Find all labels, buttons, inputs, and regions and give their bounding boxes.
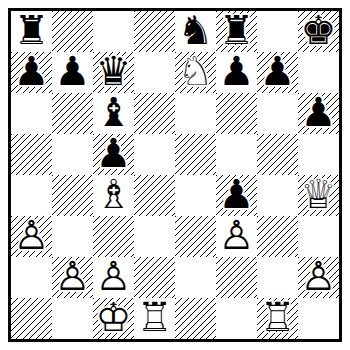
piece-glyph: ♜ <box>219 11 255 50</box>
piece-backing: ♟ <box>14 216 50 255</box>
square-f5[interactable] <box>216 134 257 175</box>
square-f8[interactable]: ♜♜ <box>216 11 257 52</box>
piece-backing: ♟ <box>260 52 296 91</box>
square-b3[interactable] <box>52 216 93 257</box>
piece-glyph: ♙ <box>14 216 50 255</box>
square-a3[interactable]: ♟♙ <box>11 216 52 257</box>
square-d7[interactable] <box>134 52 175 93</box>
square-e7[interactable]: ♞♘ <box>175 52 216 93</box>
piece-black-rook: ♜♜ <box>11 11 52 52</box>
piece-glyph: ♖ <box>260 298 296 337</box>
square-a8[interactable]: ♜♜ <box>11 11 52 52</box>
square-f3[interactable]: ♟♙ <box>216 216 257 257</box>
square-d6[interactable] <box>134 93 175 134</box>
square-e6[interactable] <box>175 93 216 134</box>
square-h5[interactable] <box>298 134 339 175</box>
square-g6[interactable] <box>257 93 298 134</box>
piece-backing: ♜ <box>260 298 296 337</box>
piece-backing: ♜ <box>219 11 255 50</box>
square-f2[interactable] <box>216 257 257 298</box>
square-e5[interactable] <box>175 134 216 175</box>
piece-glyph: ♟ <box>96 134 132 173</box>
square-d3[interactable] <box>134 216 175 257</box>
square-f4[interactable]: ♟♟ <box>216 175 257 216</box>
square-a4[interactable] <box>11 175 52 216</box>
piece-white-pawn: ♟♙ <box>93 257 134 298</box>
square-b6[interactable] <box>52 93 93 134</box>
piece-glyph: ♙ <box>55 257 91 296</box>
piece-backing: ♟ <box>55 52 91 91</box>
piece-black-pawn: ♟♟ <box>11 52 52 93</box>
square-g4[interactable] <box>257 175 298 216</box>
square-c6[interactable]: ♝♝ <box>93 93 134 134</box>
piece-white-rook: ♜♖ <box>257 298 298 339</box>
piece-backing: ♟ <box>301 257 337 296</box>
piece-glyph: ♜ <box>14 11 50 50</box>
square-d8[interactable] <box>134 11 175 52</box>
square-a5[interactable] <box>11 134 52 175</box>
piece-backing: ♟ <box>96 134 132 173</box>
square-c4[interactable]: ♝♗ <box>93 175 134 216</box>
square-d5[interactable] <box>134 134 175 175</box>
piece-black-pawn: ♟♟ <box>257 52 298 93</box>
square-e3[interactable] <box>175 216 216 257</box>
square-a2[interactable] <box>11 257 52 298</box>
piece-white-pawn: ♟♙ <box>11 216 52 257</box>
square-d4[interactable] <box>134 175 175 216</box>
square-b7[interactable]: ♟♟ <box>52 52 93 93</box>
piece-backing: ♟ <box>55 257 91 296</box>
piece-backing: ♝ <box>96 93 132 132</box>
piece-white-king: ♚♔ <box>93 298 134 339</box>
piece-black-knight: ♞♞ <box>175 11 216 52</box>
piece-backing: ♞ <box>178 52 214 91</box>
chess-diagram: ♜♜♞♞♜♜♚♚♟♟♟♟♛♛♞♘♟♟♟♟♝♝♟♟♟♟♝♗♟♟♛♕♟♙♟♙♟♙♟♙… <box>0 0 350 350</box>
square-b2[interactable]: ♟♙ <box>52 257 93 298</box>
piece-backing: ♜ <box>14 11 50 50</box>
square-h7[interactable] <box>298 52 339 93</box>
square-g3[interactable] <box>257 216 298 257</box>
square-c5[interactable]: ♟♟ <box>93 134 134 175</box>
piece-glyph: ♝ <box>96 93 132 132</box>
piece-glyph: ♟ <box>301 93 337 132</box>
piece-backing: ♝ <box>96 175 132 214</box>
square-b4[interactable] <box>52 175 93 216</box>
square-b5[interactable] <box>52 134 93 175</box>
piece-backing: ♛ <box>96 52 132 91</box>
piece-white-bishop: ♝♗ <box>93 175 134 216</box>
piece-glyph: ♖ <box>137 298 173 337</box>
piece-white-pawn: ♟♙ <box>216 216 257 257</box>
square-f7[interactable]: ♟♟ <box>216 52 257 93</box>
piece-black-pawn: ♟♟ <box>298 93 339 134</box>
piece-backing: ♚ <box>301 11 337 50</box>
square-f6[interactable] <box>216 93 257 134</box>
piece-glyph: ♔ <box>96 298 132 337</box>
piece-glyph: ♟ <box>55 52 91 91</box>
piece-black-queen: ♛♛ <box>93 52 134 93</box>
piece-white-knight: ♞♘ <box>175 52 216 93</box>
piece-black-pawn: ♟♟ <box>93 134 134 175</box>
square-g8[interactable] <box>257 11 298 52</box>
square-a7[interactable]: ♟♟ <box>11 52 52 93</box>
piece-glyph: ♟ <box>14 52 50 91</box>
square-h6[interactable]: ♟♟ <box>298 93 339 134</box>
piece-backing: ♜ <box>137 298 173 337</box>
piece-glyph: ♙ <box>96 257 132 296</box>
piece-backing: ♟ <box>14 52 50 91</box>
piece-glyph: ♙ <box>301 257 337 296</box>
piece-glyph: ♘ <box>178 52 214 91</box>
square-f1[interactable] <box>216 298 257 339</box>
piece-white-rook: ♜♖ <box>134 298 175 339</box>
square-c8[interactable] <box>93 11 134 52</box>
square-h2[interactable]: ♟♙ <box>298 257 339 298</box>
square-h3[interactable] <box>298 216 339 257</box>
piece-black-king: ♚♚ <box>298 11 339 52</box>
piece-glyph: ♗ <box>96 175 132 214</box>
square-e2[interactable] <box>175 257 216 298</box>
square-c3[interactable] <box>93 216 134 257</box>
piece-black-pawn: ♟♟ <box>52 52 93 93</box>
square-e1[interactable] <box>175 298 216 339</box>
square-c7[interactable]: ♛♛ <box>93 52 134 93</box>
square-g2[interactable] <box>257 257 298 298</box>
piece-glyph: ♛ <box>96 52 132 91</box>
square-g5[interactable] <box>257 134 298 175</box>
square-a1[interactable] <box>11 298 52 339</box>
piece-backing: ♞ <box>178 11 214 50</box>
square-e8[interactable]: ♞♞ <box>175 11 216 52</box>
square-d1[interactable]: ♜♖ <box>134 298 175 339</box>
square-b8[interactable] <box>52 11 93 52</box>
piece-backing: ♛ <box>301 175 337 214</box>
piece-glyph: ♟ <box>219 52 255 91</box>
piece-black-rook: ♜♜ <box>216 11 257 52</box>
square-c1[interactable]: ♚♔ <box>93 298 134 339</box>
chessboard: ♜♜♞♞♜♜♚♚♟♟♟♟♛♛♞♘♟♟♟♟♝♝♟♟♟♟♝♗♟♟♛♕♟♙♟♙♟♙♟♙… <box>8 8 342 342</box>
piece-backing: ♟ <box>301 93 337 132</box>
piece-black-bishop: ♝♝ <box>93 93 134 134</box>
square-h8[interactable]: ♚♚ <box>298 11 339 52</box>
piece-glyph: ♟ <box>219 175 255 214</box>
square-a6[interactable] <box>11 93 52 134</box>
piece-backing: ♟ <box>219 216 255 255</box>
piece-black-pawn: ♟♟ <box>216 52 257 93</box>
piece-glyph: ♕ <box>301 175 337 214</box>
square-g7[interactable]: ♟♟ <box>257 52 298 93</box>
piece-glyph: ♙ <box>219 216 255 255</box>
square-g1[interactable]: ♜♖ <box>257 298 298 339</box>
square-e4[interactable] <box>175 175 216 216</box>
piece-glyph: ♚ <box>301 11 337 50</box>
piece-white-pawn: ♟♙ <box>298 257 339 298</box>
piece-black-pawn: ♟♟ <box>216 175 257 216</box>
piece-white-pawn: ♟♙ <box>52 257 93 298</box>
square-c2[interactable]: ♟♙ <box>93 257 134 298</box>
square-b1[interactable] <box>52 298 93 339</box>
square-d2[interactable] <box>134 257 175 298</box>
piece-glyph: ♞ <box>178 11 214 50</box>
piece-backing: ♟ <box>219 52 255 91</box>
square-h4[interactable]: ♛♕ <box>298 175 339 216</box>
piece-backing: ♟ <box>219 175 255 214</box>
piece-backing: ♟ <box>96 257 132 296</box>
piece-white-queen: ♛♕ <box>298 175 339 216</box>
piece-backing: ♚ <box>96 298 132 337</box>
piece-glyph: ♟ <box>260 52 296 91</box>
square-h1[interactable] <box>298 298 339 339</box>
